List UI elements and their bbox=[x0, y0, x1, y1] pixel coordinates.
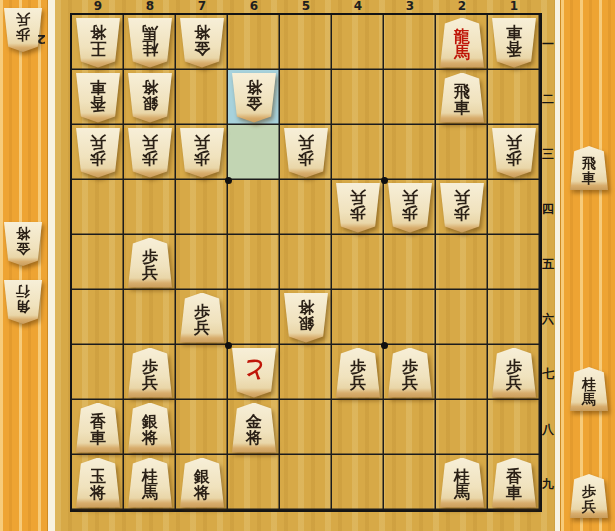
piece-sente-金将-6h[interactable]: 金将 bbox=[232, 403, 276, 453]
file-label-1: 1 bbox=[488, 0, 540, 13]
file-label-8: 8 bbox=[124, 0, 176, 13]
piece-gote-王将-9a[interactable]: 王将 bbox=[76, 18, 120, 68]
square-4e[interactable] bbox=[332, 235, 384, 290]
square-4i[interactable] bbox=[332, 455, 384, 510]
square-5a[interactable] bbox=[280, 15, 332, 70]
piece-sente-龍馬-2a[interactable]: 龍馬 bbox=[440, 18, 484, 68]
board-background: 987654321 一二三四五六七八九 王将桂馬金将龍馬香車香車銀将金将飛車歩兵… bbox=[55, 0, 555, 531]
piece-sente-香車-9h[interactable]: 香車 bbox=[76, 403, 120, 453]
square-3h[interactable] bbox=[384, 400, 436, 455]
board-star-dot bbox=[381, 342, 388, 349]
square-3a[interactable] bbox=[384, 15, 436, 70]
piece-sente-歩兵-7f[interactable]: 歩兵 bbox=[180, 293, 224, 343]
square-2f[interactable] bbox=[436, 290, 488, 345]
square-4f[interactable] bbox=[332, 290, 384, 345]
piece-gote-銀将-5f[interactable]: 銀将 bbox=[284, 293, 328, 343]
square-1d[interactable] bbox=[488, 180, 540, 235]
square-2e[interactable] bbox=[436, 235, 488, 290]
rank-label-7: 七 bbox=[541, 366, 555, 383]
piece-gote-金将-6b[interactable]: 金将 bbox=[232, 73, 276, 123]
piece-sente-飛車-2b[interactable]: 飛車 bbox=[440, 73, 484, 123]
square-3c[interactable] bbox=[384, 125, 436, 180]
rank-label-8: 八 bbox=[541, 421, 555, 438]
square-5d[interactable] bbox=[280, 180, 332, 235]
square-5e[interactable] bbox=[280, 235, 332, 290]
piece-sente-歩兵-3g[interactable]: 歩兵 bbox=[388, 348, 432, 398]
rank-label-6: 六 bbox=[541, 311, 555, 328]
rank-label-2: 二 bbox=[541, 91, 555, 108]
square-8f[interactable] bbox=[124, 290, 176, 345]
piece-sente-歩兵-8g[interactable]: 歩兵 bbox=[128, 348, 172, 398]
file-label-6: 6 bbox=[228, 0, 280, 13]
square-7h[interactable] bbox=[176, 400, 228, 455]
shogi-app: 歩兵2金将角行 987654321 一二三四五六七八九 王将桂馬金将龍馬香車香車… bbox=[0, 0, 615, 531]
square-9f[interactable] bbox=[72, 290, 124, 345]
rank-label-3: 三 bbox=[541, 146, 555, 163]
square-5h[interactable] bbox=[280, 400, 332, 455]
square-5i[interactable] bbox=[280, 455, 332, 510]
piece-gote-歩兵-7c[interactable]: 歩兵 bbox=[180, 128, 224, 178]
rank-label-5: 五 bbox=[541, 256, 555, 273]
piece-gote-歩兵-8c[interactable]: 歩兵 bbox=[128, 128, 172, 178]
piece-sente-香車-1i[interactable]: 香車 bbox=[492, 458, 536, 508]
square-4b[interactable] bbox=[332, 70, 384, 125]
square-4a[interactable] bbox=[332, 15, 384, 70]
hand-piece-sente-桂馬[interactable]: 桂馬 bbox=[570, 367, 608, 411]
piece-gote-歩兵-2d[interactable]: 歩兵 bbox=[440, 183, 484, 233]
piece-gote-歩兵-3d[interactable]: 歩兵 bbox=[388, 183, 432, 233]
piece-sente-銀将-7i[interactable]: 銀将 bbox=[180, 458, 224, 508]
square-3e[interactable] bbox=[384, 235, 436, 290]
square-2g[interactable] bbox=[436, 345, 488, 400]
piece-gote-香車-1a[interactable]: 香車 bbox=[492, 18, 536, 68]
piece-sente-桂馬-2i[interactable]: 桂馬 bbox=[440, 458, 484, 508]
hand-piece-sente-歩兵[interactable]: 歩兵 bbox=[570, 474, 608, 518]
square-6a[interactable] bbox=[228, 15, 280, 70]
piece-gote-歩兵-5c[interactable]: 歩兵 bbox=[284, 128, 328, 178]
piece-gote-桂馬-8a[interactable]: 桂馬 bbox=[128, 18, 172, 68]
file-label-7: 7 bbox=[176, 0, 228, 13]
hand-piece-gote-角行[interactable]: 角行 bbox=[4, 280, 42, 324]
piece-gote-歩兵-1c[interactable]: 歩兵 bbox=[492, 128, 536, 178]
file-label-3: 3 bbox=[384, 0, 436, 13]
gote-hand-tray: 歩兵2金将角行 bbox=[0, 0, 48, 531]
square-5b[interactable] bbox=[280, 70, 332, 125]
square-9d[interactable] bbox=[72, 180, 124, 235]
square-3f[interactable] bbox=[384, 290, 436, 345]
hand-piece-sente-飛車[interactable]: 飛車 bbox=[570, 146, 608, 190]
square-3i[interactable] bbox=[384, 455, 436, 510]
square-4h[interactable] bbox=[332, 400, 384, 455]
piece-gote-香車-9b[interactable]: 香車 bbox=[76, 73, 120, 123]
square-1f[interactable] bbox=[488, 290, 540, 345]
board-star-dot bbox=[225, 342, 232, 349]
square-6e[interactable] bbox=[228, 235, 280, 290]
square-6c[interactable] bbox=[228, 125, 280, 180]
piece-sente-玉将-9i[interactable]: 玉将 bbox=[76, 458, 120, 508]
square-2h[interactable] bbox=[436, 400, 488, 455]
square-4c[interactable] bbox=[332, 125, 384, 180]
file-label-9: 9 bbox=[72, 0, 124, 13]
square-7b[interactable] bbox=[176, 70, 228, 125]
piece-sente-歩兵-1g[interactable]: 歩兵 bbox=[492, 348, 536, 398]
square-7d[interactable] bbox=[176, 180, 228, 235]
piece-gote-歩兵-4d[interactable]: 歩兵 bbox=[336, 183, 380, 233]
square-6d[interactable] bbox=[228, 180, 280, 235]
piece-gote-と-6g[interactable]: と bbox=[232, 348, 276, 398]
file-label-5: 5 bbox=[280, 0, 332, 13]
shogi-board-grid: 王将桂馬金将龍馬香車香車銀将金将飛車歩兵歩兵歩兵歩兵歩兵歩兵歩兵歩兵歩兵歩兵銀将… bbox=[70, 13, 542, 512]
piece-sente-桂馬-8i[interactable]: 桂馬 bbox=[128, 458, 172, 508]
rank-label-4: 四 bbox=[541, 201, 555, 218]
square-8d[interactable] bbox=[124, 180, 176, 235]
board-star-dot bbox=[381, 177, 388, 184]
piece-sente-歩兵-8e[interactable]: 歩兵 bbox=[128, 238, 172, 288]
square-1h[interactable] bbox=[488, 400, 540, 455]
rank-label-9: 九 bbox=[541, 476, 555, 493]
sente-hand-tray: 飛車桂馬歩兵 bbox=[560, 0, 615, 531]
square-9e[interactable] bbox=[72, 235, 124, 290]
square-7e[interactable] bbox=[176, 235, 228, 290]
piece-sente-銀将-8h[interactable]: 銀将 bbox=[128, 403, 172, 453]
square-2c[interactable] bbox=[436, 125, 488, 180]
file-label-2: 2 bbox=[436, 0, 488, 13]
piece-sente-歩兵-4g[interactable]: 歩兵 bbox=[336, 348, 380, 398]
piece-gote-銀将-8b[interactable]: 銀将 bbox=[128, 73, 172, 123]
square-6f[interactable] bbox=[228, 290, 280, 345]
square-6i[interactable] bbox=[228, 455, 280, 510]
square-7g[interactable] bbox=[176, 345, 228, 400]
square-5g[interactable] bbox=[280, 345, 332, 400]
square-1e[interactable] bbox=[488, 235, 540, 290]
file-label-4: 4 bbox=[332, 0, 384, 13]
piece-gote-金将-7a[interactable]: 金将 bbox=[180, 18, 224, 68]
hand-count-gote-歩兵: 2 bbox=[37, 32, 46, 47]
square-3b[interactable] bbox=[384, 70, 436, 125]
rank-label-1: 一 bbox=[541, 36, 555, 53]
board-star-dot bbox=[225, 177, 232, 184]
piece-gote-歩兵-9c[interactable]: 歩兵 bbox=[76, 128, 120, 178]
square-1b[interactable] bbox=[488, 70, 540, 125]
square-9g[interactable] bbox=[72, 345, 124, 400]
hand-piece-gote-金将[interactable]: 金将 bbox=[4, 222, 42, 266]
